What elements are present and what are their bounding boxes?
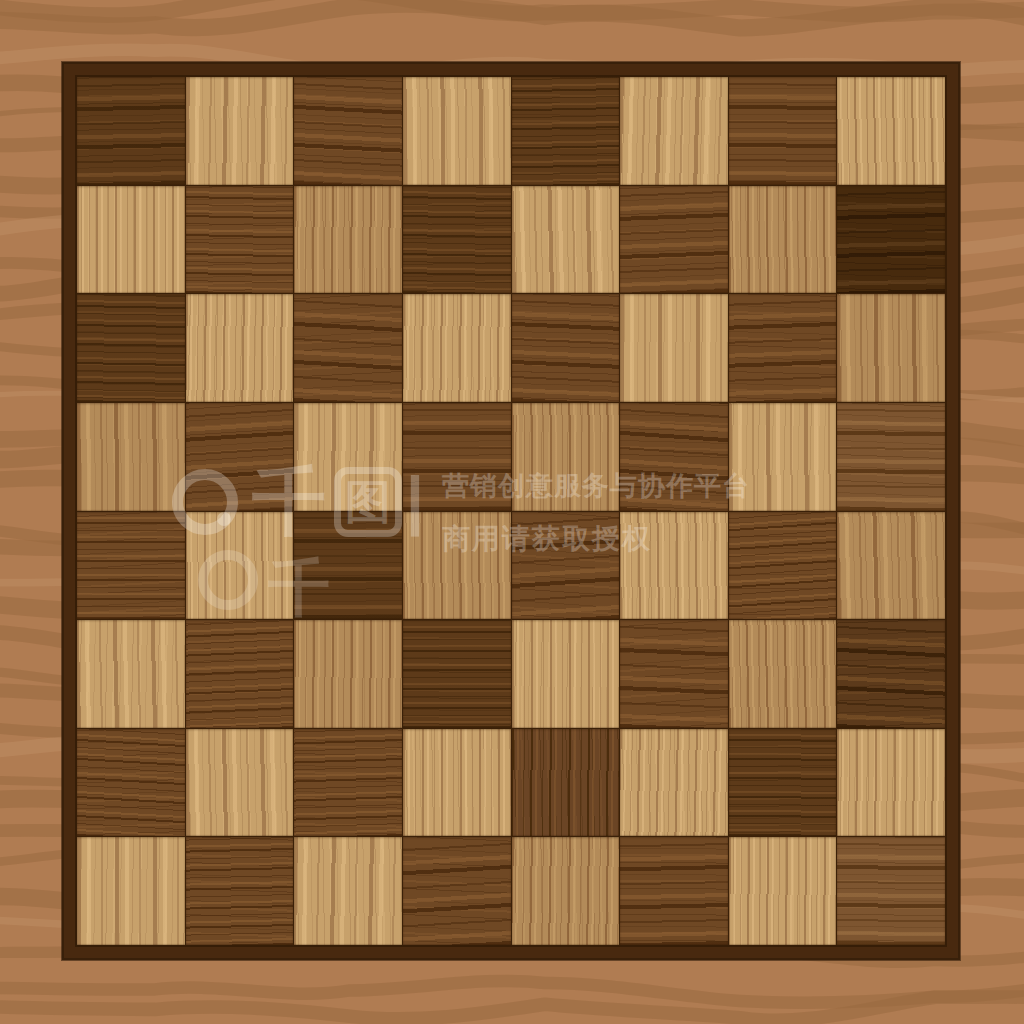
chess-board xyxy=(77,77,945,945)
square-a2[interactable] xyxy=(77,729,185,837)
wood-grain-line xyxy=(0,979,1024,1003)
scene: 千 图 千 | 营销创意服务与协作平台 商用请获取授权 xyxy=(0,0,1024,1024)
square-g4[interactable] xyxy=(729,512,837,620)
square-h6[interactable] xyxy=(837,294,945,402)
square-f7[interactable] xyxy=(620,186,728,294)
square-d1[interactable] xyxy=(403,837,511,945)
square-b2[interactable] xyxy=(186,729,294,837)
square-a8[interactable] xyxy=(77,77,185,185)
square-d6[interactable] xyxy=(403,294,511,402)
square-d4[interactable] xyxy=(403,512,511,620)
square-e3[interactable] xyxy=(512,620,620,728)
square-e7[interactable] xyxy=(512,186,620,294)
square-h4[interactable] xyxy=(837,512,945,620)
square-g7[interactable] xyxy=(729,186,837,294)
square-h8[interactable] xyxy=(837,77,945,185)
square-e1[interactable] xyxy=(512,837,620,945)
square-b7[interactable] xyxy=(186,186,294,294)
square-d5[interactable] xyxy=(403,403,511,511)
square-e2[interactable] xyxy=(512,729,620,837)
square-h3[interactable] xyxy=(837,620,945,728)
square-a4[interactable] xyxy=(77,512,185,620)
board-frame xyxy=(62,62,960,960)
square-b5[interactable] xyxy=(186,403,294,511)
square-b1[interactable] xyxy=(186,837,294,945)
square-a7[interactable] xyxy=(77,186,185,294)
square-h1[interactable] xyxy=(837,837,945,945)
square-d3[interactable] xyxy=(403,620,511,728)
square-d2[interactable] xyxy=(403,729,511,837)
square-f2[interactable] xyxy=(620,729,728,837)
square-f6[interactable] xyxy=(620,294,728,402)
square-g2[interactable] xyxy=(729,729,837,837)
square-g5[interactable] xyxy=(729,403,837,511)
square-a3[interactable] xyxy=(77,620,185,728)
square-f8[interactable] xyxy=(620,77,728,185)
square-c2[interactable] xyxy=(294,729,402,837)
square-h5[interactable] xyxy=(837,403,945,511)
square-a5[interactable] xyxy=(77,403,185,511)
square-g6[interactable] xyxy=(729,294,837,402)
square-b6[interactable] xyxy=(186,294,294,402)
square-c6[interactable] xyxy=(294,294,402,402)
square-f1[interactable] xyxy=(620,837,728,945)
square-c3[interactable] xyxy=(294,620,402,728)
square-f5[interactable] xyxy=(620,403,728,511)
square-b3[interactable] xyxy=(186,620,294,728)
square-c5[interactable] xyxy=(294,403,402,511)
square-g8[interactable] xyxy=(729,77,837,185)
square-a6[interactable] xyxy=(77,294,185,402)
square-h2[interactable] xyxy=(837,729,945,837)
square-h7[interactable] xyxy=(837,186,945,294)
square-g1[interactable] xyxy=(729,837,837,945)
square-c8[interactable] xyxy=(294,77,402,185)
square-f4[interactable] xyxy=(620,512,728,620)
square-a1[interactable] xyxy=(77,837,185,945)
square-e8[interactable] xyxy=(512,77,620,185)
square-c7[interactable] xyxy=(294,186,402,294)
square-c1[interactable] xyxy=(294,837,402,945)
square-c4[interactable] xyxy=(294,512,402,620)
square-e5[interactable] xyxy=(512,403,620,511)
square-b8[interactable] xyxy=(186,77,294,185)
square-g3[interactable] xyxy=(729,620,837,728)
square-d8[interactable] xyxy=(403,77,511,185)
square-e4[interactable] xyxy=(512,512,620,620)
square-b4[interactable] xyxy=(186,512,294,620)
square-d7[interactable] xyxy=(403,186,511,294)
square-e6[interactable] xyxy=(512,294,620,402)
square-f3[interactable] xyxy=(620,620,728,728)
